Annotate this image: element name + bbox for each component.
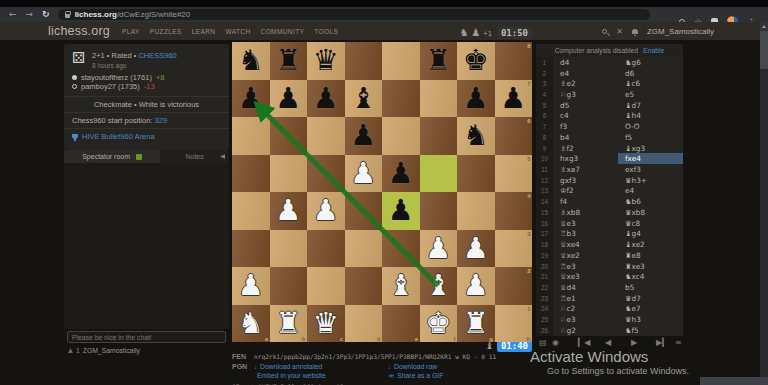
players-list: stayoutoftherz (1761) +8 pamboy27 (1735)… bbox=[64, 72, 229, 93]
rank-coord: 4 bbox=[527, 193, 530, 199]
move-row: 15 ♗xb8 ♛xb8 bbox=[536, 207, 683, 218]
move-number: 12 bbox=[536, 175, 553, 186]
square-c4[interactable]: ♟ bbox=[307, 192, 345, 230]
square-d7[interactable]: ♝ bbox=[345, 80, 383, 118]
game-result: Checkmate • White is victorious bbox=[64, 100, 229, 109]
black-move[interactable]: ♞xc4 bbox=[618, 271, 683, 282]
white-bishop[interactable]: ♝ bbox=[420, 267, 458, 305]
white-move[interactable]: ♕xe4 bbox=[553, 239, 618, 250]
square-e6[interactable] bbox=[382, 117, 420, 155]
square-d4[interactable] bbox=[345, 192, 383, 230]
game-meta-panel: ⚄ 2+1 • Rated • CHESS960 8 hours ago sta… bbox=[64, 44, 229, 150]
move-row: 16 ♕e3 ♛c8 bbox=[536, 218, 683, 229]
pgn-links: ↓Download annotated↓Download rawEmbed in… bbox=[254, 363, 443, 379]
square-c1[interactable]: ♛c bbox=[307, 305, 345, 343]
black-move[interactable]: ♝d7 bbox=[618, 100, 683, 111]
square-c7[interactable]: ♟ bbox=[307, 80, 345, 118]
black-knight[interactable]: ♞ bbox=[232, 42, 270, 80]
rank-coord: 3 bbox=[527, 231, 530, 237]
spectator-icon bbox=[68, 348, 73, 353]
square-b3[interactable] bbox=[270, 230, 308, 268]
lichess-logo[interactable]: lichess.org bbox=[48, 24, 110, 38]
white-move[interactable]: d4 bbox=[553, 57, 618, 68]
move-number: 15 bbox=[536, 207, 553, 218]
scrollbar-up-arrow[interactable] bbox=[760, 22, 768, 31]
black-move[interactable]: ♝c6 bbox=[618, 78, 683, 89]
black-move[interactable]: e4 bbox=[618, 186, 683, 197]
black-move[interactable]: O-O bbox=[618, 121, 683, 132]
rank-coord: 1 bbox=[527, 306, 530, 312]
file-coord: f bbox=[454, 336, 456, 342]
white-move[interactable]: ♘c2 bbox=[553, 304, 618, 315]
pgn-link-download-annotated[interactable]: ↓Download annotated bbox=[254, 363, 382, 370]
square-d6[interactable]: ♟ bbox=[345, 117, 383, 155]
url-text[interactable]: lichess.org/dCwEzglS/white#20 bbox=[75, 10, 191, 19]
page-scrollbar[interactable] bbox=[760, 22, 768, 385]
notifications-bell-icon[interactable] bbox=[632, 29, 638, 34]
tab-spectator-room[interactable]: Spectator room bbox=[64, 150, 160, 163]
black-move[interactable]: b5 bbox=[618, 282, 683, 293]
white-move[interactable]: ♕xe3 bbox=[553, 271, 618, 282]
black-move[interactable]: ♝xe2 bbox=[618, 239, 683, 250]
variant-link[interactable]: CHESS960 bbox=[138, 51, 176, 60]
analysis-book-icon[interactable]: ▤ bbox=[539, 338, 547, 347]
captured-piece-icon: ♟ bbox=[471, 28, 480, 38]
black-move[interactable]: ♞e7 bbox=[618, 304, 683, 315]
rank-coord: 2 bbox=[527, 268, 530, 274]
rank-coord: 8 bbox=[527, 43, 530, 49]
square-b5[interactable] bbox=[270, 155, 308, 193]
square-h1[interactable]: 1h bbox=[495, 305, 533, 343]
black-clock: 01:50 bbox=[497, 27, 532, 39]
black-move[interactable]: ♛xb8 bbox=[618, 207, 683, 218]
move-number: 6 bbox=[536, 111, 553, 122]
move-number: 5 bbox=[536, 100, 553, 111]
square-h7[interactable]: ♟7 bbox=[495, 80, 533, 118]
white-move[interactable]: d5 bbox=[553, 100, 618, 111]
black-move[interactable]: f5 bbox=[618, 132, 683, 143]
square-h2[interactable]: 2 bbox=[495, 267, 533, 305]
menu-icon[interactable]: ≡ bbox=[675, 338, 682, 347]
square-e7[interactable] bbox=[382, 80, 420, 118]
player-white[interactable]: stayoutoftherz (1761) +8 bbox=[72, 73, 221, 82]
square-d8[interactable] bbox=[345, 42, 383, 80]
move-row: 17 ♖b3 ♝g4 bbox=[536, 229, 683, 240]
square-h5[interactable]: 5 bbox=[495, 155, 533, 193]
startpos-label: Chess960 start position: bbox=[72, 116, 152, 125]
black-move[interactable]: d6 bbox=[618, 68, 683, 79]
square-e2[interactable]: ♝ bbox=[382, 267, 420, 305]
square-g6[interactable]: ♞ bbox=[457, 117, 495, 155]
file-coord: h bbox=[527, 336, 531, 342]
square-b2[interactable] bbox=[270, 267, 308, 305]
white-color-icon bbox=[72, 75, 77, 80]
white-pawn[interactable]: ♟ bbox=[270, 192, 308, 230]
notes-label: Notes bbox=[185, 153, 203, 160]
move-row: 20 ♖e3 ♜xe3 bbox=[536, 261, 683, 272]
rank-coord: 6 bbox=[527, 118, 530, 124]
move-row: 21 ♕xe3 ♞xc4 bbox=[536, 271, 683, 282]
square-h3[interactable]: 3 bbox=[495, 230, 533, 268]
black-move[interactable]: ♜e8 bbox=[618, 250, 683, 261]
square-a1[interactable]: ♞a bbox=[232, 305, 270, 343]
black-bishop[interactable]: ♝ bbox=[345, 80, 383, 118]
black-move[interactable]: ♝h4 bbox=[618, 111, 683, 122]
square-g2[interactable]: ♟ bbox=[457, 267, 495, 305]
move-number: 19 bbox=[536, 250, 553, 261]
move-row: 11 ♗xa7 exf3 bbox=[536, 164, 683, 175]
black-move[interactable]: ♞b6 bbox=[618, 196, 683, 207]
square-d5[interactable]: ♟ bbox=[345, 155, 383, 193]
square-b1[interactable]: ♜b bbox=[270, 305, 308, 343]
rank-coord: 5 bbox=[527, 156, 530, 162]
browser-toolbar: ← → ↻ lichess.org/dCwEzglS/white#20 ☆ ⋮ bbox=[0, 7, 768, 22]
move-number: 9 bbox=[536, 143, 553, 154]
black-color-icon bbox=[72, 84, 77, 89]
move-row: 12 gxf3 ♛h3+ bbox=[536, 175, 683, 186]
white-move[interactable]: hxg3 bbox=[553, 153, 618, 164]
black-move[interactable]: exf3 bbox=[618, 164, 683, 175]
square-a4[interactable] bbox=[232, 192, 270, 230]
move-number: 14 bbox=[536, 196, 553, 207]
next-move-icon[interactable]: ▶ bbox=[631, 338, 637, 347]
move-number: 23 bbox=[536, 293, 553, 304]
square-b4[interactable]: ♟ bbox=[270, 192, 308, 230]
move-row: 13 ♔f2 e4 bbox=[536, 186, 683, 197]
black-move[interactable]: ♛h3+ bbox=[618, 175, 683, 186]
square-h6[interactable]: 6 bbox=[495, 117, 533, 155]
black-pawn[interactable]: ♟ bbox=[270, 80, 308, 118]
black-pawn[interactable]: ♟ bbox=[457, 80, 495, 118]
move-row: 19 ♕xe2 ♜e8 bbox=[536, 250, 683, 261]
black-move[interactable]: e5 bbox=[618, 89, 683, 100]
goal-icon[interactable]: ◉ bbox=[552, 338, 559, 347]
square-c3[interactable] bbox=[307, 230, 345, 268]
square-d3[interactable] bbox=[345, 230, 383, 268]
move-row: 10 hxg3 fxe4 bbox=[536, 153, 683, 164]
square-a5[interactable] bbox=[232, 155, 270, 193]
square-g7[interactable]: ♟ bbox=[457, 80, 495, 118]
activate-windows-subtext: Go to Settings to activate Windows. bbox=[547, 366, 689, 376]
white-move[interactable]: ♗e2 bbox=[553, 78, 618, 89]
logged-in-username[interactable]: ZGM_Samostically bbox=[647, 27, 714, 36]
link-icon: ↓ bbox=[388, 364, 391, 370]
white-move[interactable]: f3 bbox=[553, 121, 618, 132]
tournament-link[interactable]: HIVE Bullet960 Arena bbox=[64, 132, 229, 141]
move-rows: 1 d4 ♞g62 e4 d63 ♗e2 ♝c64 ♘g3 e55 d5 ♝d7… bbox=[536, 57, 683, 336]
activate-windows-watermark: Activate Windows bbox=[530, 348, 648, 365]
enable-analysis-link[interactable]: Enable bbox=[643, 47, 664, 54]
square-d1[interactable]: d bbox=[345, 305, 383, 343]
move-row: 18 ♕xe4 ♝xe2 bbox=[536, 239, 683, 250]
black-move[interactable]: ♞g6 bbox=[618, 57, 683, 68]
square-d2[interactable] bbox=[345, 267, 383, 305]
white-move[interactable]: ♖b3 bbox=[553, 229, 618, 240]
move-number: 1 bbox=[536, 57, 553, 68]
first-move-icon[interactable]: ▎◀ bbox=[578, 338, 590, 347]
square-c2[interactable] bbox=[307, 267, 345, 305]
white-move[interactable]: f4 bbox=[553, 196, 618, 207]
game-setup-line: 2+1 • Rated • CHESS960 bbox=[92, 51, 177, 60]
move-number: 13 bbox=[536, 186, 553, 197]
url-host: lichess.org bbox=[75, 10, 117, 19]
square-c5[interactable] bbox=[307, 155, 345, 193]
spectator-room-label: Spectator room bbox=[82, 153, 130, 160]
game-age: 8 hours ago bbox=[92, 62, 177, 69]
square-f7[interactable] bbox=[420, 80, 458, 118]
square-f1[interactable]: ♚f bbox=[420, 305, 458, 343]
black-pawn[interactable]: ♟ bbox=[345, 117, 383, 155]
white-move[interactable]: ♘g3 bbox=[553, 89, 618, 100]
move-row: 26 ♘g2 ♞f5 bbox=[536, 325, 683, 336]
move-row: 2 e4 d6 bbox=[536, 68, 683, 79]
black-pawn[interactable]: ♟ bbox=[382, 155, 420, 193]
move-number: 3 bbox=[536, 78, 553, 89]
square-e1[interactable]: e bbox=[382, 305, 420, 343]
file-coord: d bbox=[377, 336, 381, 342]
white-pawn[interactable]: ♟ bbox=[420, 230, 458, 268]
site-search-icon[interactable] bbox=[602, 29, 607, 34]
square-h4[interactable]: 4 bbox=[495, 192, 533, 230]
white-pawn[interactable]: ♟ bbox=[345, 155, 383, 193]
link-icon: ↓ bbox=[254, 364, 257, 370]
square-f2[interactable]: ♝ bbox=[420, 267, 458, 305]
move-number: 2 bbox=[536, 68, 553, 79]
startpos-link[interactable]: 329 bbox=[155, 116, 168, 125]
square-g8[interactable]: ♚ bbox=[457, 42, 495, 80]
white-move[interactable]: ♔f2 bbox=[553, 186, 618, 197]
file-coord: g bbox=[489, 336, 493, 342]
pgn-label: PGN bbox=[232, 363, 248, 379]
file-coord: a bbox=[265, 336, 268, 342]
black-rook[interactable]: ♜ bbox=[270, 42, 308, 80]
startpos-line: Chess960 start position: 329 bbox=[64, 116, 229, 125]
material-advantage: +1 bbox=[483, 29, 492, 38]
white-move[interactable]: gxf3 bbox=[553, 175, 618, 186]
square-e5[interactable]: ♟ bbox=[382, 155, 420, 193]
back-icon[interactable]: ← bbox=[9, 7, 17, 22]
square-g4[interactable] bbox=[457, 192, 495, 230]
player-name-rating: stayoutoftherz (1761) bbox=[81, 73, 152, 82]
move-row: 25 ♘e3 ♛h3 bbox=[536, 314, 683, 325]
move-number: 21 bbox=[536, 271, 553, 282]
screen: ← → ↻ lichess.org/dCwEzglS/white#20 ☆ ⋮ … bbox=[0, 0, 768, 385]
player-black[interactable]: pamboy27 (1735) -13 bbox=[72, 82, 221, 91]
player-name-rating: pamboy27 (1735) bbox=[81, 82, 140, 91]
pgn-link-download-raw[interactable]: ↓Download raw bbox=[388, 363, 443, 370]
square-c6[interactable] bbox=[307, 117, 345, 155]
square-f6[interactable] bbox=[420, 117, 458, 155]
time-control: 2+1 bbox=[92, 51, 105, 60]
forward-icon[interactable]: → bbox=[26, 7, 34, 22]
nav-play[interactable]: PLAY bbox=[122, 28, 140, 35]
fen-pgn-panel: FEN nrq2rk1/pppb2pp/3p2n1/3Pp3/1PP1p3/5P… bbox=[232, 353, 534, 385]
square-a8[interactable]: ♞ bbox=[232, 42, 270, 80]
move-row: 8 b4 f5 bbox=[536, 132, 683, 143]
move-row: 3 ♗e2 ♝c6 bbox=[536, 78, 683, 89]
black-move[interactable]: ♛h3 bbox=[618, 314, 683, 325]
black-queen[interactable]: ♛ bbox=[307, 42, 345, 80]
white-move[interactable]: ♕d4 bbox=[553, 282, 618, 293]
white-move[interactable]: ♖e3 bbox=[553, 261, 618, 272]
square-b8[interactable]: ♜ bbox=[270, 42, 308, 80]
captured-piece-icon: ♞ bbox=[459, 28, 468, 38]
rating-delta: +8 bbox=[156, 73, 165, 82]
square-g3[interactable]: ♟ bbox=[457, 230, 495, 268]
black-move[interactable]: ♛d7 bbox=[618, 293, 683, 304]
url-path: /dCwEzglS/white#20 bbox=[117, 10, 190, 19]
move-row: 4 ♘g3 e5 bbox=[536, 89, 683, 100]
fen-label: FEN bbox=[232, 353, 248, 360]
white-move[interactable]: b4 bbox=[553, 132, 618, 143]
move-number: 16 bbox=[536, 218, 553, 229]
white-king[interactable]: ♚ bbox=[420, 305, 458, 343]
black-move[interactable]: ♝g4 bbox=[618, 229, 683, 240]
square-f4[interactable] bbox=[420, 192, 458, 230]
black-pawn[interactable]: ♟ bbox=[232, 80, 270, 118]
move-number: 11 bbox=[536, 164, 553, 175]
file-coord: e bbox=[415, 336, 418, 342]
reload-icon[interactable]: ↻ bbox=[42, 7, 50, 22]
pgn-link-embed-in-your-website[interactable]: Embed in your website bbox=[254, 372, 382, 379]
white-move[interactable]: ♘g2 bbox=[553, 325, 618, 336]
move-number: 20 bbox=[536, 261, 553, 272]
file-coord: b bbox=[302, 336, 306, 342]
move-row: 22 ♕d4 b5 bbox=[536, 282, 683, 293]
square-b6[interactable] bbox=[270, 117, 308, 155]
square-e8[interactable] bbox=[382, 42, 420, 80]
tournament-name: HIVE Bullet960 Arena bbox=[82, 132, 155, 141]
prev-move-icon[interactable]: ◀ bbox=[605, 338, 611, 347]
white-bishop[interactable]: ♝ bbox=[382, 267, 420, 305]
chat-toggle[interactable] bbox=[136, 154, 142, 160]
move-number: 18 bbox=[536, 239, 553, 250]
bottom-right-fragment bbox=[700, 377, 768, 385]
white-move[interactable]: ♗xa7 bbox=[553, 164, 618, 175]
move-row: 7 f3 O-O bbox=[536, 121, 683, 132]
black-pawn[interactable]: ♟ bbox=[382, 192, 420, 230]
move-list-panel: Computer analysis disabled Enable 1 d4 ♞… bbox=[536, 44, 683, 336]
square-e4[interactable]: ♟ bbox=[382, 192, 420, 230]
trophy-icon bbox=[72, 134, 78, 139]
square-a3[interactable] bbox=[232, 230, 270, 268]
move-number: 22 bbox=[536, 282, 553, 293]
address-bar[interactable]: lichess.org/dCwEzglS/white#20 bbox=[58, 9, 650, 20]
move-row: 24 ♘c2 ♞e7 bbox=[536, 304, 683, 315]
move-number: 26 bbox=[536, 325, 553, 336]
square-f8[interactable]: ♜ bbox=[420, 42, 458, 80]
move-row: 14 f4 ♞b6 bbox=[536, 196, 683, 207]
link-icon: ≪ bbox=[388, 372, 394, 379]
move-number: 10 bbox=[536, 153, 553, 164]
fen-value[interactable]: nrq2rk1/pppb2pp/3p2n1/3Pp3/1PP1p3/5PP1/P… bbox=[254, 353, 534, 360]
square-b7[interactable]: ♟ bbox=[270, 80, 308, 118]
white-move[interactable]: ♕xe2 bbox=[553, 250, 618, 261]
move-row: 23 ♖e1 ♛d7 bbox=[536, 293, 683, 304]
analysis-disabled-text: Computer analysis disabled bbox=[555, 47, 639, 54]
white-pawn[interactable]: ♟ bbox=[457, 230, 495, 268]
move-number: 24 bbox=[536, 304, 553, 315]
square-f3[interactable]: ♟ bbox=[420, 230, 458, 268]
square-e3[interactable] bbox=[382, 230, 420, 268]
chess-board: ♞♜♛♜♚8♟♟♟♝♟♟7♟♞6♟♟5♟♟♟4♟♟3♟♝♝♟2♞a♜b♛cde♚… bbox=[232, 42, 532, 342]
move-row: 9 ♗f2 ♝xg3 bbox=[536, 143, 683, 154]
black-move[interactable]: fxe4 bbox=[618, 153, 683, 164]
white-move[interactable]: c4 bbox=[553, 111, 618, 122]
chess960-dice-icon: ⚄ bbox=[72, 51, 85, 69]
black-move[interactable]: ♞f5 bbox=[618, 325, 683, 336]
tab-notes[interactable]: Notes bbox=[160, 150, 229, 163]
white-pawn[interactable]: ♟ bbox=[307, 192, 345, 230]
move-number: 4 bbox=[536, 89, 553, 100]
move-number: 17 bbox=[536, 229, 553, 240]
nav-learn[interactable]: LEARN bbox=[192, 28, 216, 35]
file-coord: c bbox=[340, 336, 343, 342]
last-move-icon[interactable]: ▶▎ bbox=[656, 338, 668, 347]
white-pawn[interactable]: ♟ bbox=[457, 267, 495, 305]
white-move[interactable]: e4 bbox=[553, 68, 618, 79]
black-king[interactable]: ♚ bbox=[457, 42, 495, 80]
black-move[interactable]: ♜xe3 bbox=[618, 261, 683, 272]
square-a7[interactable]: ♟ bbox=[232, 80, 270, 118]
white-move[interactable]: ♖e1 bbox=[553, 293, 618, 304]
square-a2[interactable]: ♟ bbox=[232, 267, 270, 305]
black-player-hud: ♞♟+1 01:50 bbox=[232, 26, 532, 40]
black-knight[interactable]: ♞ bbox=[457, 117, 495, 155]
spectator-username[interactable]: ZGM_Samostically bbox=[83, 347, 140, 354]
challenge-icon[interactable]: ✕ bbox=[616, 27, 623, 36]
square-f5[interactable] bbox=[420, 155, 458, 193]
move-number: 8 bbox=[536, 132, 553, 143]
square-g1[interactable]: ♜g bbox=[457, 305, 495, 343]
spectator-list: 1 ZGM_Samostically bbox=[68, 347, 140, 354]
square-a6[interactable] bbox=[232, 117, 270, 155]
chat-messages bbox=[64, 163, 229, 329]
square-c8[interactable]: ♛ bbox=[307, 42, 345, 80]
white-move[interactable]: ♘e3 bbox=[553, 314, 618, 325]
chat-input[interactable]: Please be nice in the chat! bbox=[67, 331, 226, 343]
captured-piece-icon: ♝ bbox=[485, 341, 494, 351]
white-move[interactable]: ♗xb8 bbox=[553, 207, 618, 218]
black-move[interactable]: ♛c8 bbox=[618, 218, 683, 229]
black-pawn[interactable]: ♟ bbox=[307, 80, 345, 118]
move-number: 7 bbox=[536, 121, 553, 132]
move-row: 1 d4 ♞g6 bbox=[536, 57, 683, 68]
rated-label: Rated bbox=[112, 51, 132, 60]
square-g5[interactable] bbox=[457, 155, 495, 193]
black-rook[interactable]: ♜ bbox=[420, 42, 458, 80]
rating-delta: -13 bbox=[144, 82, 155, 91]
white-pawn[interactable]: ♟ bbox=[232, 267, 270, 305]
move-row: 6 c4 ♝h4 bbox=[536, 111, 683, 122]
white-move[interactable]: ♗f2 bbox=[553, 143, 618, 154]
lock-icon bbox=[65, 14, 70, 18]
square-h8[interactable]: 8 bbox=[495, 42, 533, 80]
nav-puzzles[interactable]: PUZZLES bbox=[150, 28, 182, 35]
move-row: 5 d5 ♝d7 bbox=[536, 100, 683, 111]
spectator-count: 1 bbox=[76, 347, 80, 354]
chat-tabs: Spectator room Notes bbox=[64, 150, 229, 163]
white-move[interactable]: ♕e3 bbox=[553, 218, 618, 229]
rank-coord: 7 bbox=[527, 81, 530, 87]
pgn-link-share-as-a-gif[interactable]: ≪Share as a GIF bbox=[388, 372, 443, 379]
move-number: 25 bbox=[536, 314, 553, 325]
black-move[interactable]: ♝xg3 bbox=[618, 143, 683, 154]
browser-tab-strip bbox=[0, 0, 768, 7]
scrollbar-thumb[interactable] bbox=[760, 31, 768, 69]
